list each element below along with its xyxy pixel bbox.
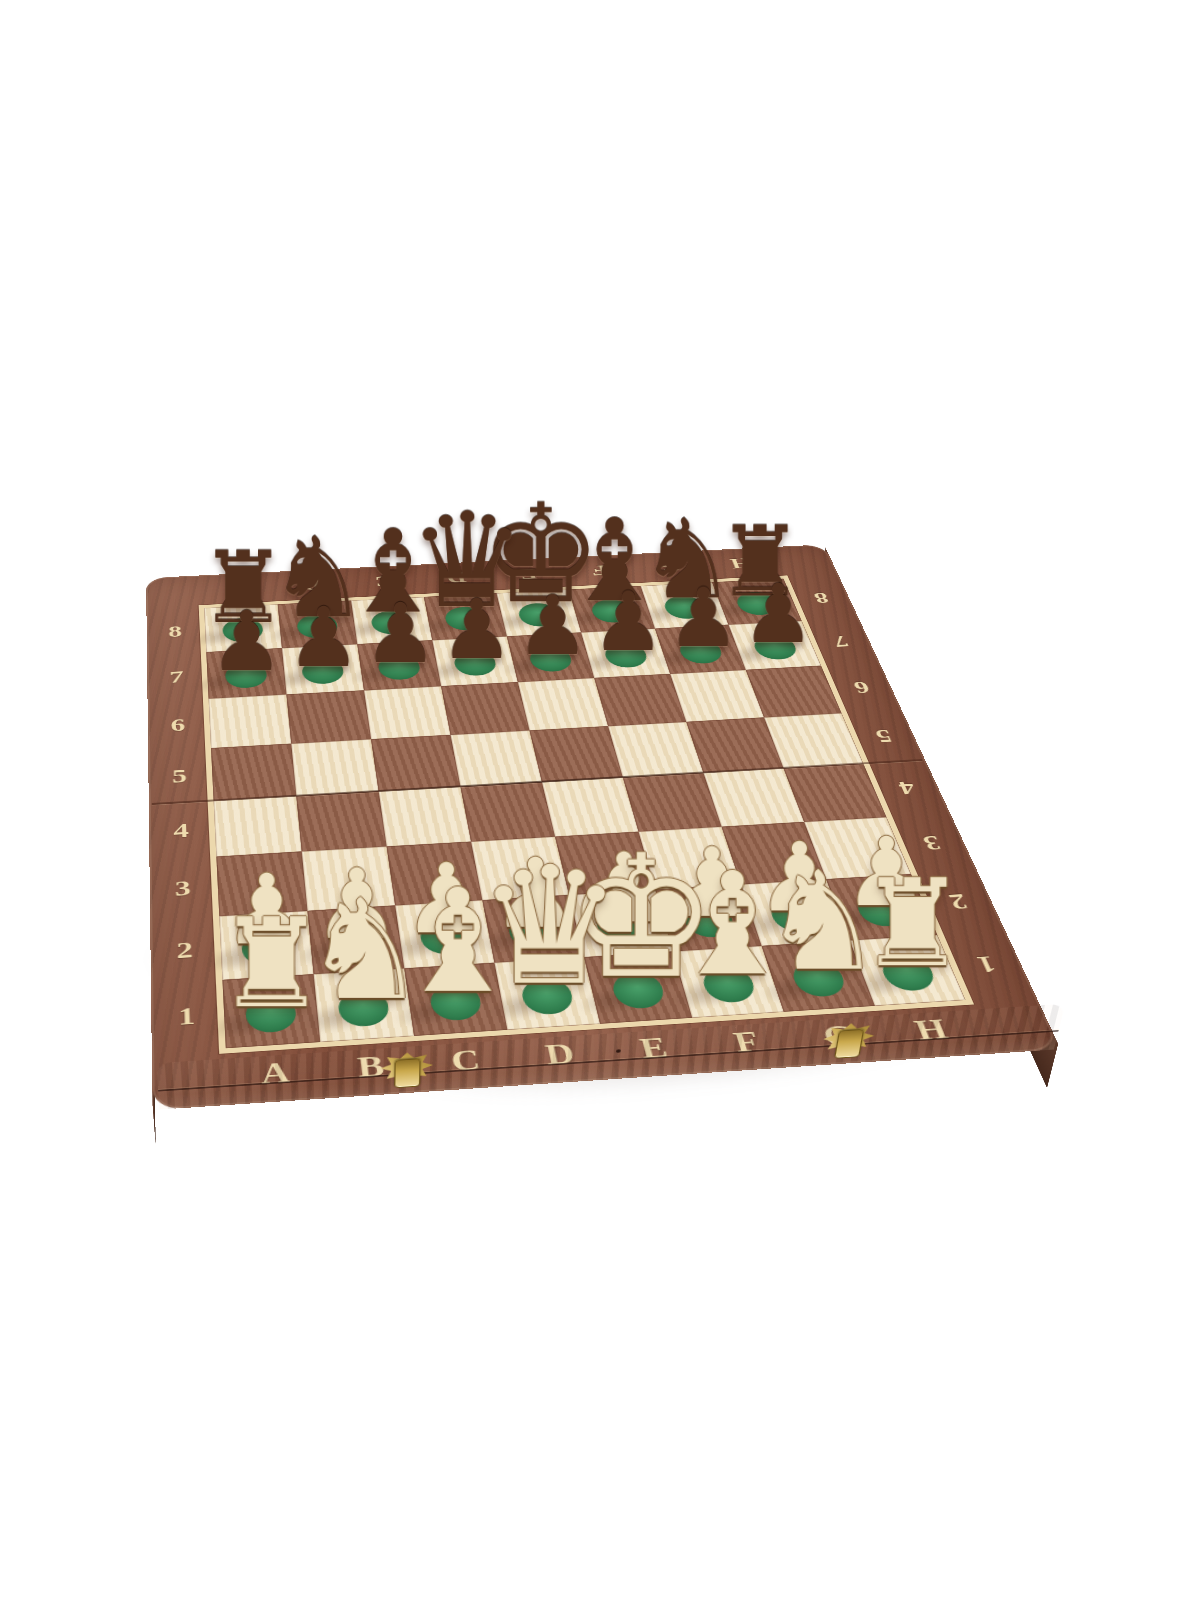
file-label-top-b: B [275, 570, 351, 600]
front-right-latch [819, 1020, 878, 1060]
rank-label-left-4: 4 [153, 801, 210, 860]
file-label-top-c: C [347, 567, 424, 597]
box-front-nail [616, 1049, 621, 1053]
file-label-top-a: A [203, 574, 278, 604]
scene: AABBCCDDEEFFGGHH8877665544332211♜♞♝♛♚♝♞♜… [0, 0, 1200, 1600]
file-label-top-h: H [701, 549, 782, 578]
rank-label-left-6: 6 [151, 699, 205, 751]
rank-label-left-7: 7 [151, 652, 203, 701]
front-right-latch-hasp [834, 1029, 864, 1059]
rank-label-right-6: 6 [827, 663, 898, 713]
product-photo-stage: AABBCCDDEEFFGGHH8877665544332211♜♞♝♛♚♝♞♜… [0, 0, 1200, 1600]
front-left-latch [379, 1049, 434, 1089]
file-label-top-f: F [560, 556, 639, 585]
square-a6 [209, 695, 292, 749]
rank-label-left-5: 5 [152, 749, 208, 805]
rank-label-left-3: 3 [154, 857, 213, 920]
file-label-top-e: E [489, 560, 567, 590]
front-left-latch-hasp [395, 1058, 422, 1088]
rank-label-left-8: 8 [150, 608, 201, 655]
file-label-top-d: D [418, 563, 495, 593]
rank-label-left-1: 1 [155, 980, 219, 1052]
file-label-top-g: G [631, 553, 711, 582]
rank-label-left-2: 2 [154, 917, 215, 985]
chess-box: AABBCCDDEEFFGGHH8877665544332211♜♞♝♛♚♝♞♜… [146, 544, 1061, 1110]
